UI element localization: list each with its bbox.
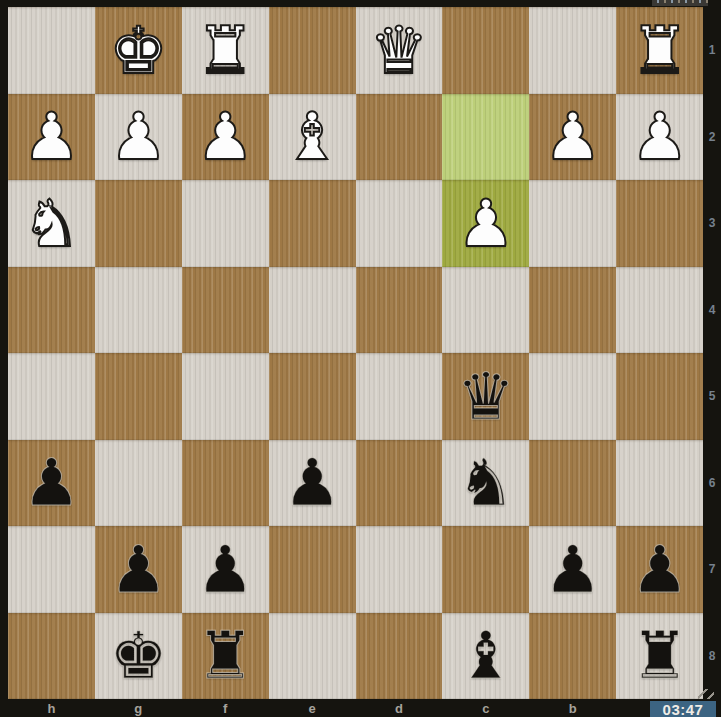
black-knight[interactable]: ♞	[457, 450, 515, 515]
square-g4[interactable]	[95, 267, 182, 354]
square-f4[interactable]	[182, 267, 269, 354]
rank-label-8: 8	[703, 613, 721, 700]
square-h7[interactable]	[8, 526, 95, 613]
rank-label-5: 5	[703, 353, 721, 440]
rank-label-2: 2	[703, 94, 721, 181]
square-c7[interactable]	[442, 526, 529, 613]
square-d3[interactable]	[356, 180, 443, 267]
square-e6[interactable]: ♟	[269, 440, 356, 527]
black-pawn[interactable]: ♟	[630, 537, 688, 602]
white-queen[interactable]: ♛	[370, 18, 428, 83]
white-bishop[interactable]: ♝	[283, 104, 341, 169]
square-a7[interactable]: ♟	[616, 526, 703, 613]
square-e2[interactable]: ♝	[269, 94, 356, 181]
square-b3[interactable]	[529, 180, 616, 267]
file-label-g: g	[95, 699, 182, 717]
black-king[interactable]: ♚	[109, 623, 167, 688]
rank-coordinates: 12345678	[703, 7, 721, 699]
file-coordinates: hgfedcb	[8, 699, 703, 717]
square-g7[interactable]: ♟	[95, 526, 182, 613]
square-b8[interactable]	[529, 613, 616, 700]
square-e8[interactable]	[269, 613, 356, 700]
square-d2[interactable]	[356, 94, 443, 181]
square-c6[interactable]: ♞	[442, 440, 529, 527]
white-pawn[interactable]: ♟	[457, 191, 515, 256]
black-pawn[interactable]: ♟	[22, 450, 80, 515]
square-e7[interactable]	[269, 526, 356, 613]
square-d8[interactable]	[356, 613, 443, 700]
square-a4[interactable]	[616, 267, 703, 354]
square-b4[interactable]	[529, 267, 616, 354]
player-clock: 03:47	[650, 701, 716, 717]
black-pawn[interactable]: ♟	[109, 537, 167, 602]
square-f3[interactable]	[182, 180, 269, 267]
board-resize-handle-icon[interactable]	[698, 689, 714, 699]
black-rook[interactable]: ♜	[196, 623, 254, 688]
white-pawn[interactable]: ♟	[109, 104, 167, 169]
file-label-d: d	[356, 699, 443, 717]
square-d6[interactable]	[356, 440, 443, 527]
square-f5[interactable]	[182, 353, 269, 440]
black-queen[interactable]: ♛	[457, 364, 515, 429]
black-pawn[interactable]: ♟	[196, 537, 254, 602]
square-h1[interactable]	[8, 7, 95, 94]
square-f7[interactable]: ♟	[182, 526, 269, 613]
square-a8[interactable]: ♜	[616, 613, 703, 700]
player-clock-time: 03:47	[663, 701, 704, 717]
square-d1[interactable]: ♛	[356, 7, 443, 94]
square-c8[interactable]: ♝	[442, 613, 529, 700]
square-e5[interactable]	[269, 353, 356, 440]
square-g8[interactable]: ♚	[95, 613, 182, 700]
square-f2[interactable]: ♟	[182, 94, 269, 181]
white-king[interactable]: ♚	[109, 18, 167, 83]
square-f1[interactable]: ♜	[182, 7, 269, 94]
square-c3[interactable]: ♟	[442, 180, 529, 267]
square-a6[interactable]	[616, 440, 703, 527]
white-pawn[interactable]: ♟	[22, 104, 80, 169]
black-bishop[interactable]: ♝	[457, 623, 515, 688]
square-h3[interactable]: ♞	[8, 180, 95, 267]
square-b7[interactable]: ♟	[529, 526, 616, 613]
rank-label-4: 4	[703, 267, 721, 354]
square-g3[interactable]	[95, 180, 182, 267]
square-h6[interactable]: ♟	[8, 440, 95, 527]
square-c4[interactable]	[442, 267, 529, 354]
square-g6[interactable]	[95, 440, 182, 527]
square-b6[interactable]	[529, 440, 616, 527]
black-pawn[interactable]: ♟	[283, 450, 341, 515]
square-g2[interactable]: ♟	[95, 94, 182, 181]
white-pawn[interactable]: ♟	[544, 104, 602, 169]
file-label-b: b	[529, 699, 616, 717]
opponent-clock-digit-tips	[652, 0, 708, 3]
square-d4[interactable]	[356, 267, 443, 354]
black-rook[interactable]: ♜	[630, 623, 688, 688]
white-knight[interactable]: ♞	[22, 191, 80, 256]
black-pawn[interactable]: ♟	[544, 537, 602, 602]
square-b2[interactable]: ♟	[529, 94, 616, 181]
white-rook[interactable]: ♜	[630, 18, 688, 83]
file-label-c: c	[442, 699, 529, 717]
square-a1[interactable]: ♜	[616, 7, 703, 94]
white-pawn[interactable]: ♟	[630, 104, 688, 169]
rank-label-1: 1	[703, 7, 721, 94]
square-h5[interactable]	[8, 353, 95, 440]
square-a2[interactable]: ♟	[616, 94, 703, 181]
square-h2[interactable]: ♟	[8, 94, 95, 181]
file-label-h: h	[8, 699, 95, 717]
square-a5[interactable]	[616, 353, 703, 440]
square-g5[interactable]	[95, 353, 182, 440]
square-c1[interactable]	[442, 7, 529, 94]
square-b5[interactable]	[529, 353, 616, 440]
file-label-f: f	[182, 699, 269, 717]
square-h8[interactable]	[8, 613, 95, 700]
rank-label-6: 6	[703, 440, 721, 527]
rank-label-7: 7	[703, 526, 721, 613]
rank-label-3: 3	[703, 180, 721, 267]
square-e4[interactable]	[269, 267, 356, 354]
square-h4[interactable]	[8, 267, 95, 354]
opponent-clock	[652, 0, 708, 6]
square-a3[interactable]	[616, 180, 703, 267]
square-b1[interactable]	[529, 7, 616, 94]
file-label-e: e	[269, 699, 356, 717]
square-f8[interactable]: ♜	[182, 613, 269, 700]
square-e1[interactable]	[269, 7, 356, 94]
square-d5[interactable]	[356, 353, 443, 440]
square-d7[interactable]	[356, 526, 443, 613]
square-g1[interactable]: ♚	[95, 7, 182, 94]
white-pawn[interactable]: ♟	[196, 104, 254, 169]
square-c5[interactable]: ♛	[442, 353, 529, 440]
game-screen: ♚♜♛♜♟♟♟♝♟♟♞♟♛♟♟♞♟♟♟♟♚♜♝♜ 12345678 hgfedc…	[0, 0, 721, 717]
square-e3[interactable]	[269, 180, 356, 267]
white-rook[interactable]: ♜	[196, 18, 254, 83]
square-f6[interactable]	[182, 440, 269, 527]
chess-board: ♚♜♛♜♟♟♟♝♟♟♞♟♛♟♟♞♟♟♟♟♚♜♝♜	[8, 7, 703, 699]
square-c2[interactable]	[442, 94, 529, 181]
